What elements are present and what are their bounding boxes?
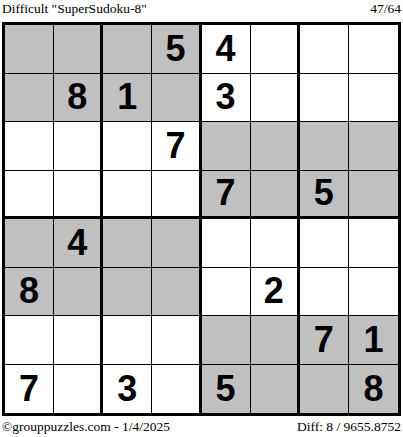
cell-r1c3[interactable] (103, 25, 152, 74)
cell-r5c1[interactable] (5, 219, 54, 268)
given-digit: 4 (216, 31, 236, 67)
copyright-text: ©grouppuzzles.com - 1/4/2025 (2, 419, 170, 435)
cell-r2c3[interactable]: 1 (103, 74, 152, 123)
cell-r3c1[interactable] (5, 122, 54, 171)
cell-r6c6[interactable]: 2 (251, 268, 300, 317)
cell-r5c7[interactable] (300, 219, 349, 268)
cell-r8c1[interactable]: 7 (5, 365, 54, 414)
cell-r2c7[interactable] (300, 74, 349, 123)
cell-r1c6[interactable] (251, 25, 300, 74)
cell-r7c1[interactable] (5, 316, 54, 365)
header: Difficult "SuperSudoku-8" 47/64 (2, 1, 401, 17)
cell-r5c5[interactable] (202, 219, 251, 268)
cell-r4c8[interactable] (349, 171, 398, 220)
cell-r8c8[interactable]: 8 (349, 365, 398, 414)
given-digit: 8 (67, 79, 87, 115)
sudoku-board: 54813775482717358 (2, 22, 401, 416)
cell-r4c3[interactable] (103, 171, 152, 220)
puzzle-title: Difficult "SuperSudoku-8" (2, 1, 147, 17)
cell-r1c5[interactable]: 4 (202, 25, 251, 74)
cell-r6c7[interactable] (300, 268, 349, 317)
cell-r2c5[interactable]: 3 (202, 74, 251, 123)
given-digit: 4 (67, 225, 87, 261)
cell-r7c4[interactable] (152, 316, 201, 365)
cell-r8c7[interactable] (300, 365, 349, 414)
cell-r4c4[interactable] (152, 171, 201, 220)
cell-r3c6[interactable] (251, 122, 300, 171)
given-digit: 3 (117, 371, 137, 407)
cell-r2c8[interactable] (349, 74, 398, 123)
cell-r1c4[interactable]: 5 (152, 25, 201, 74)
given-digit: 3 (216, 79, 236, 115)
cell-r3c7[interactable] (300, 122, 349, 171)
cell-r3c5[interactable] (202, 122, 251, 171)
cell-r3c2[interactable] (54, 122, 103, 171)
cell-r4c1[interactable] (5, 171, 54, 220)
cell-r1c8[interactable] (349, 25, 398, 74)
cell-r6c1[interactable]: 8 (5, 268, 54, 317)
cell-r7c5[interactable] (202, 316, 251, 365)
blank-count: 47/64 (370, 1, 401, 17)
given-digit: 5 (216, 371, 236, 407)
cell-r5c4[interactable] (152, 219, 201, 268)
cell-r6c4[interactable] (152, 268, 201, 317)
cell-r3c4[interactable]: 7 (152, 122, 201, 171)
cell-r4c6[interactable] (251, 171, 300, 220)
given-digit: 7 (165, 128, 185, 164)
given-digit: 8 (19, 273, 39, 309)
given-digit: 2 (264, 273, 284, 309)
cell-r2c2[interactable]: 8 (54, 74, 103, 123)
given-digit: 8 (363, 371, 383, 407)
cell-r8c4[interactable] (152, 365, 201, 414)
cell-r7c8[interactable]: 1 (349, 316, 398, 365)
cell-r6c3[interactable] (103, 268, 152, 317)
cell-r4c7[interactable]: 5 (300, 171, 349, 220)
cell-r1c2[interactable] (54, 25, 103, 74)
cell-r6c8[interactable] (349, 268, 398, 317)
cell-r1c1[interactable] (5, 25, 54, 74)
cell-r7c7[interactable]: 7 (300, 316, 349, 365)
cell-r8c2[interactable] (54, 365, 103, 414)
given-digit: 5 (314, 175, 334, 211)
cell-r6c5[interactable] (202, 268, 251, 317)
given-digit: 1 (117, 79, 137, 115)
cell-r4c5[interactable]: 7 (202, 171, 251, 220)
cell-r3c3[interactable] (103, 122, 152, 171)
cell-r7c6[interactable] (251, 316, 300, 365)
given-digit: 7 (19, 371, 39, 407)
cell-r4c2[interactable] (54, 171, 103, 220)
cell-r7c2[interactable] (54, 316, 103, 365)
given-digit: 7 (216, 175, 236, 211)
cell-r8c3[interactable]: 3 (103, 365, 152, 414)
cell-r3c8[interactable] (349, 122, 398, 171)
given-digit: 5 (165, 31, 185, 67)
cell-r2c6[interactable] (251, 74, 300, 123)
cell-r5c6[interactable] (251, 219, 300, 268)
given-digit: 7 (314, 322, 334, 358)
cell-r5c2[interactable]: 4 (54, 219, 103, 268)
cell-r6c2[interactable] (54, 268, 103, 317)
cell-r8c5[interactable]: 5 (202, 365, 251, 414)
cell-r7c3[interactable] (103, 316, 152, 365)
cell-r2c1[interactable] (5, 74, 54, 123)
footer: ©grouppuzzles.com - 1/4/2025 Diff: 8 / 9… (2, 419, 401, 435)
difficulty-text: Diff: 8 / 9655.8752 (297, 419, 401, 435)
cell-r5c8[interactable] (349, 219, 398, 268)
cell-r5c3[interactable] (103, 219, 152, 268)
cell-r8c6[interactable] (251, 365, 300, 414)
cell-r2c4[interactable] (152, 74, 201, 123)
cell-r1c7[interactable] (300, 25, 349, 74)
given-digit: 1 (363, 322, 383, 358)
